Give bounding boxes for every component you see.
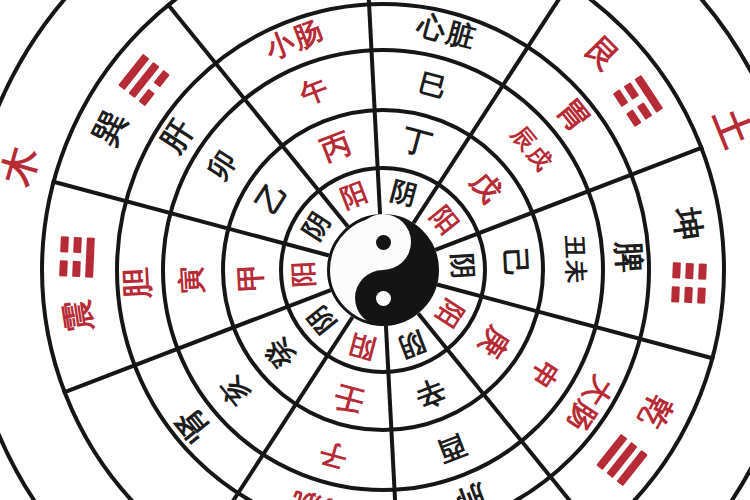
branch-label: 丑未 bbox=[562, 234, 588, 285]
taiji-symbol bbox=[327, 214, 439, 326]
organ-label: 脾 bbox=[612, 241, 645, 274]
polarity-label: 阳 bbox=[289, 261, 316, 288]
stem-label: 甲 bbox=[236, 262, 266, 292]
trigram-line bbox=[684, 263, 694, 303]
trigram-symbol-坤 bbox=[671, 263, 707, 304]
branch-label: 寅 bbox=[177, 266, 205, 294]
trigram-line bbox=[671, 263, 681, 303]
trigram-name-label: 坤 bbox=[669, 206, 705, 242]
taiji-wheel-diagram: 阴己丑未脾坤阳戊辰戌胃艮阴丁巳心脏阳丙午小肠阴乙卯肝巽阳甲寅胆震阴癸亥肾阳壬子膀… bbox=[0, 0, 750, 500]
taiji-black-dot bbox=[376, 235, 391, 250]
polarity-label: 阴 bbox=[449, 252, 476, 279]
stem-label: 己 bbox=[500, 248, 530, 278]
trigram-line bbox=[72, 236, 82, 276]
trigram-symbol-震 bbox=[59, 236, 95, 277]
trigram-line bbox=[697, 264, 707, 304]
trigram-name-label: 震 bbox=[60, 297, 96, 333]
organ-label: 胆 bbox=[121, 267, 154, 300]
taiji-white-dot bbox=[376, 291, 391, 306]
trigram-line bbox=[59, 236, 69, 276]
